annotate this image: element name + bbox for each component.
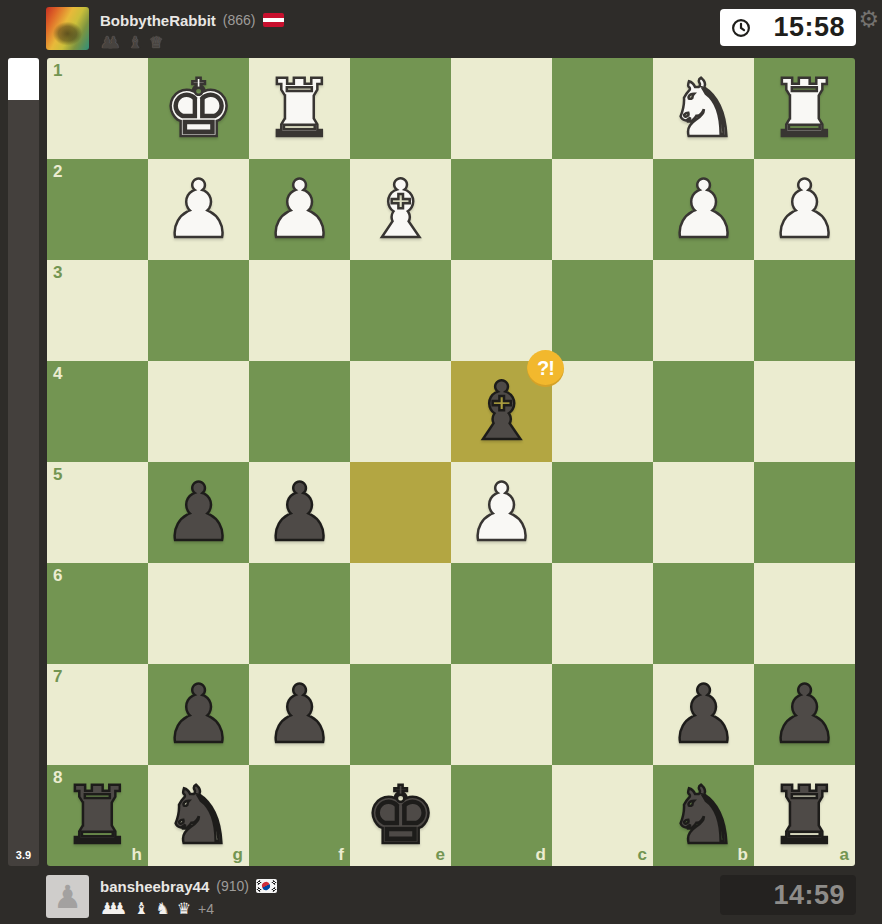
square-h5[interactable]: 5 [47, 462, 148, 563]
square-e4[interactable] [350, 361, 451, 462]
bottom-player-clock: 14:59 [720, 875, 856, 915]
square-c4[interactable] [552, 361, 653, 462]
rank-label-4: 4 [53, 364, 62, 384]
south-korea-flag-icon [256, 879, 277, 893]
square-h8[interactable]: 8h♜ [47, 765, 148, 866]
black-pawn-f7[interactable]: ♟ [249, 664, 350, 765]
top-player-bar: BobbytheRabbit (866) ♟♟♝♛ 15:58 ⚙ [0, 0, 882, 58]
square-f4[interactable] [249, 361, 350, 462]
square-d8[interactable]: d [451, 765, 552, 866]
square-h3[interactable]: 3 [47, 260, 148, 361]
black-pawn-g5[interactable]: ♟ [148, 462, 249, 563]
rank-label-5: 5 [53, 465, 62, 485]
square-b3[interactable] [653, 260, 754, 361]
square-g7[interactable]: ♟ [148, 664, 249, 765]
top-captured-pieces: ♟♟♝♛ [100, 34, 284, 52]
square-h6[interactable]: 6 [47, 563, 148, 664]
black-pawn-b7[interactable]: ♟ [653, 664, 754, 765]
square-f7[interactable]: ♟ [249, 664, 350, 765]
bottom-player-info: bansheebray44 (910) ♟♟♟♝♞♛+4 [100, 875, 277, 918]
rank-label-2: 2 [53, 162, 62, 182]
square-c3[interactable] [552, 260, 653, 361]
square-g6[interactable] [148, 563, 249, 664]
square-a6[interactable] [754, 563, 855, 664]
square-h7[interactable]: 7 [47, 664, 148, 765]
white-knight-b1[interactable]: ♞ [653, 58, 754, 159]
square-d3[interactable] [451, 260, 552, 361]
square-g4[interactable] [148, 361, 249, 462]
white-pawn-g2[interactable]: ♟ [148, 159, 249, 260]
square-b8[interactable]: b♞ [653, 765, 754, 866]
square-h2[interactable]: 2 [47, 159, 148, 260]
square-d2[interactable] [451, 159, 552, 260]
inaccuracy-badge: ?! [527, 350, 564, 387]
white-pawn-a2[interactable]: ♟ [754, 159, 855, 260]
square-c8[interactable]: c [552, 765, 653, 866]
square-g3[interactable] [148, 260, 249, 361]
square-h4[interactable]: 4 [47, 361, 148, 462]
square-c7[interactable] [552, 664, 653, 765]
square-e6[interactable] [350, 563, 451, 664]
top-player-username[interactable]: BobbytheRabbit [100, 12, 216, 29]
square-d6[interactable] [451, 563, 552, 664]
white-rook-f1[interactable]: ♜ [249, 58, 350, 159]
square-f6[interactable] [249, 563, 350, 664]
square-e8[interactable]: e♚ [350, 765, 451, 866]
evaluation-score: 3.9 [8, 849, 39, 861]
square-g5[interactable]: ♟ [148, 462, 249, 563]
square-b7[interactable]: ♟ [653, 664, 754, 765]
square-a2[interactable]: ♟ [754, 159, 855, 260]
black-knight-b8[interactable]: ♞ [653, 765, 754, 866]
file-label-f: f [338, 845, 344, 865]
square-f2[interactable]: ♟ [249, 159, 350, 260]
square-f1[interactable]: ♜ [249, 58, 350, 159]
square-g1[interactable]: ♚ [148, 58, 249, 159]
rank-label-6: 6 [53, 566, 62, 586]
captured-piece-icon: ♟♟♟ [100, 901, 127, 917]
square-e7[interactable] [350, 664, 451, 765]
square-f3[interactable] [249, 260, 350, 361]
square-g8[interactable]: g♞ [148, 765, 249, 866]
captured-piece-icon: ♝ [134, 901, 148, 917]
white-pawn-d5[interactable]: ♟ [451, 462, 552, 563]
top-player-rating: (866) [223, 12, 256, 28]
black-pawn-f5[interactable]: ♟ [249, 462, 350, 563]
evaluation-bar: 3.9 [8, 58, 39, 866]
top-clock-time: 15:58 [752, 12, 856, 43]
gear-icon[interactable]: ⚙ [858, 8, 879, 31]
square-a5[interactable] [754, 462, 855, 563]
square-b6[interactable] [653, 563, 754, 664]
square-b5[interactable] [653, 462, 754, 563]
black-rook-h8[interactable]: ♜ [47, 765, 148, 866]
black-knight-g8[interactable]: ♞ [148, 765, 249, 866]
square-a1[interactable]: ♜ [754, 58, 855, 159]
square-h1[interactable]: 1 [47, 58, 148, 159]
square-c1[interactable] [552, 58, 653, 159]
square-d1[interactable] [451, 58, 552, 159]
captured-piece-icon: ♞ [155, 901, 169, 917]
square-c6[interactable] [552, 563, 653, 664]
bottom-player-avatar[interactable]: ♟ [46, 875, 89, 918]
austria-flag-icon [263, 13, 284, 27]
white-bishop-e2[interactable]: ♝ [350, 159, 451, 260]
captured-piece-icon: ♟♟ [100, 35, 121, 51]
rank-label-1: 1 [53, 61, 62, 81]
game-page: BobbytheRabbit (866) ♟♟♝♛ 15:58 ⚙ 3.9 1♚… [0, 0, 882, 924]
square-e2[interactable]: ♝ [350, 159, 451, 260]
square-e3[interactable] [350, 260, 451, 361]
top-player-avatar[interactable] [46, 7, 89, 50]
file-label-d: d [536, 845, 546, 865]
square-f8[interactable]: f [249, 765, 350, 866]
square-d7[interactable] [451, 664, 552, 765]
captured-piece-icon: ♝ [128, 35, 142, 51]
evaluation-bar-white-section [8, 58, 39, 100]
square-e1[interactable] [350, 58, 451, 159]
square-d4[interactable]: ♝?! [451, 361, 552, 462]
white-pawn-b2[interactable]: ♟ [653, 159, 754, 260]
captured-piece-icon: ♛ [177, 901, 191, 917]
square-g2[interactable]: ♟ [148, 159, 249, 260]
square-a7[interactable]: ♟ [754, 664, 855, 765]
square-c2[interactable] [552, 159, 653, 260]
white-rook-a1[interactable]: ♜ [754, 58, 855, 159]
bottom-player-bar: ♟ bansheebray44 (910) ♟♟♟♝♞♛+4 14:59 [0, 866, 882, 924]
white-king-g1[interactable]: ♚ [148, 58, 249, 159]
bottom-player-username[interactable]: bansheebray44 [100, 878, 209, 895]
clock-icon [730, 17, 752, 39]
black-pawn-a7[interactable]: ♟ [754, 664, 855, 765]
black-rook-a8[interactable]: ♜ [754, 765, 855, 866]
square-c5[interactable] [552, 462, 653, 563]
square-f5[interactable]: ♟ [249, 462, 350, 563]
square-a4[interactable] [754, 361, 855, 462]
black-king-e8[interactable]: ♚ [350, 765, 451, 866]
rank-label-3: 3 [53, 263, 62, 283]
captured-piece-icon: ♛ [149, 35, 163, 51]
square-a3[interactable] [754, 260, 855, 361]
rank-label-7: 7 [53, 667, 62, 687]
square-e5[interactable] [350, 462, 451, 563]
top-player-info: BobbytheRabbit (866) ♟♟♝♛ [100, 9, 284, 52]
white-pawn-f2[interactable]: ♟ [249, 159, 350, 260]
square-a8[interactable]: a♜ [754, 765, 855, 866]
black-pawn-g7[interactable]: ♟ [148, 664, 249, 765]
chess-board: 1♚♜♞♜2♟♟♝♟♟34♝?!5♟♟♟67♟♟♟♟8h♜g♞fe♚dcb♞a♜ [47, 58, 855, 866]
square-b4[interactable] [653, 361, 754, 462]
square-d5[interactable]: ♟ [451, 462, 552, 563]
bottom-player-rating: (910) [216, 878, 249, 894]
material-advantage: +4 [198, 901, 214, 917]
bottom-clock-time: 14:59 [720, 880, 856, 911]
default-avatar-pawn-icon: ♟ [53, 881, 82, 913]
bottom-captured-pieces: ♟♟♟♝♞♛+4 [100, 900, 277, 918]
square-b2[interactable]: ♟ [653, 159, 754, 260]
file-label-c: c [638, 845, 647, 865]
square-b1[interactable]: ♞ [653, 58, 754, 159]
top-player-clock: 15:58 [720, 9, 856, 46]
